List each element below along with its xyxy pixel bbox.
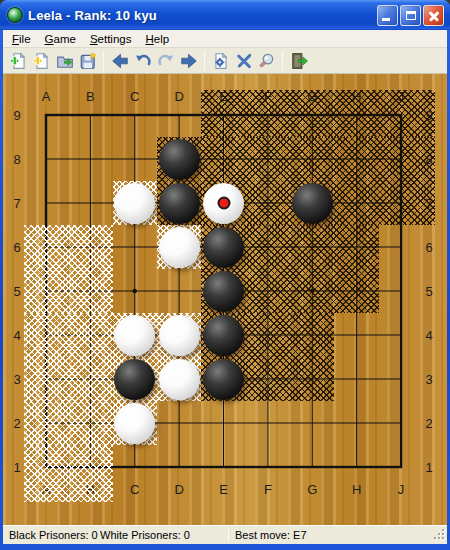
back-arrow-icon[interactable] <box>108 49 131 72</box>
white-territory-mark <box>24 445 113 502</box>
board-client[interactable]: AABBCCDDEEFFGGHHJJ998877665544332211 <box>3 74 447 525</box>
white-territory-mark <box>24 225 113 313</box>
exit-icon[interactable] <box>287 49 310 72</box>
leela-green-eye-icon <box>7 7 23 23</box>
minimize-button[interactable] <box>377 5 398 26</box>
new-rated-game-icon[interactable] <box>30 49 53 72</box>
stone-E6[interactable] <box>203 227 244 268</box>
row-label-left-4: 4 <box>13 328 20 343</box>
row-label-left-6: 6 <box>13 240 20 255</box>
row-label-right-6: 6 <box>425 240 432 255</box>
close-button[interactable] <box>423 5 444 26</box>
toolbar <box>3 47 447 74</box>
row-label-right-3: 3 <box>425 372 432 387</box>
maximize-icon <box>406 11 416 20</box>
row-label-right-2: 2 <box>425 416 432 431</box>
title-bar[interactable]: Leela - Rank: 10 kyu <box>0 0 450 30</box>
stone-C3[interactable] <box>114 359 155 400</box>
col-label-bottom-F: F <box>264 482 272 497</box>
maximize-button[interactable] <box>400 5 421 26</box>
stone-E5[interactable] <box>203 271 244 312</box>
row-label-left-5: 5 <box>13 284 20 299</box>
stone-C2[interactable] <box>114 403 155 444</box>
row-label-right-4: 4 <box>425 328 432 343</box>
stone-C7[interactable] <box>114 183 155 224</box>
undo-icon[interactable] <box>131 49 154 72</box>
status-bar: Black Prisoners: 0 White Prisoners: 0 Be… <box>3 525 447 544</box>
menu-bar: FileGameSettingsHelp <box>3 30 447 47</box>
stone-D8[interactable] <box>159 139 200 180</box>
stone-D6[interactable] <box>159 227 200 268</box>
minimize-icon <box>382 18 390 21</box>
score-estimate-icon[interactable] <box>209 49 232 72</box>
best-move-stone-E7[interactable] <box>203 183 244 224</box>
new-game-icon[interactable] <box>7 49 30 72</box>
row-label-right-5: 5 <box>425 284 432 299</box>
best-move-red-dot <box>217 197 230 210</box>
row-label-left-9: 9 <box>13 108 20 123</box>
stone-G7[interactable] <box>292 183 333 224</box>
stone-D3[interactable] <box>159 359 200 400</box>
stone-E3[interactable] <box>203 359 244 400</box>
col-label-top-D: D <box>174 89 183 104</box>
col-label-bottom-H: H <box>352 482 361 497</box>
col-label-top-B: B <box>86 89 95 104</box>
stone-E4[interactable] <box>203 315 244 356</box>
col-label-top-A: A <box>42 89 51 104</box>
row-label-left-3: 3 <box>13 372 20 387</box>
statusbar-divider <box>228 528 229 542</box>
stone-D4[interactable] <box>159 315 200 356</box>
row-label-left-7: 7 <box>13 196 20 211</box>
menu-item-settings[interactable]: Settings <box>85 32 137 46</box>
clear-analysis-icon[interactable] <box>232 49 255 72</box>
row-label-left-1: 1 <box>13 460 20 475</box>
open-game-icon[interactable] <box>53 49 76 72</box>
leela-window: Leela - Rank: 10 kyu FileGameSettingsHel… <box>0 0 450 550</box>
best-move-text: Best move: E7 <box>235 529 307 541</box>
white-prisoners-text: White Prisoners: 0 <box>100 529 190 541</box>
zoom-icon[interactable] <box>255 49 278 72</box>
window-title: Leela - Rank: 10 kyu <box>28 8 157 23</box>
col-label-top-C: C <box>130 89 139 104</box>
col-label-bottom-D: D <box>174 482 183 497</box>
menu-item-game[interactable]: Game <box>40 32 81 46</box>
save-game-icon[interactable] <box>76 49 99 72</box>
row-label-left-2: 2 <box>13 416 20 431</box>
stone-D7[interactable] <box>159 183 200 224</box>
stone-C4[interactable] <box>114 315 155 356</box>
black-prisoners-text: Black Prisoners: 0 <box>9 529 98 541</box>
row-label-right-1: 1 <box>425 460 432 475</box>
forward-arrow-icon[interactable] <box>177 49 200 72</box>
resize-grip[interactable] <box>434 529 446 543</box>
toolbar-separator <box>204 51 205 71</box>
toolbar-separator <box>103 51 104 71</box>
col-label-bottom-C: C <box>130 482 139 497</box>
menu-item-file[interactable]: File <box>7 32 36 46</box>
toolbar-separator <box>282 51 283 71</box>
row-label-left-8: 8 <box>13 152 20 167</box>
go-board[interactable]: AABBCCDDEEFFGGHHJJ998877665544332211 <box>3 74 447 525</box>
menu-item-help[interactable]: Help <box>140 32 174 46</box>
col-label-bottom-G: G <box>307 482 317 497</box>
redo-icon[interactable] <box>154 49 177 72</box>
col-label-bottom-J: J <box>398 482 405 497</box>
col-label-bottom-E: E <box>219 482 228 497</box>
black-territory-mark <box>201 90 435 137</box>
